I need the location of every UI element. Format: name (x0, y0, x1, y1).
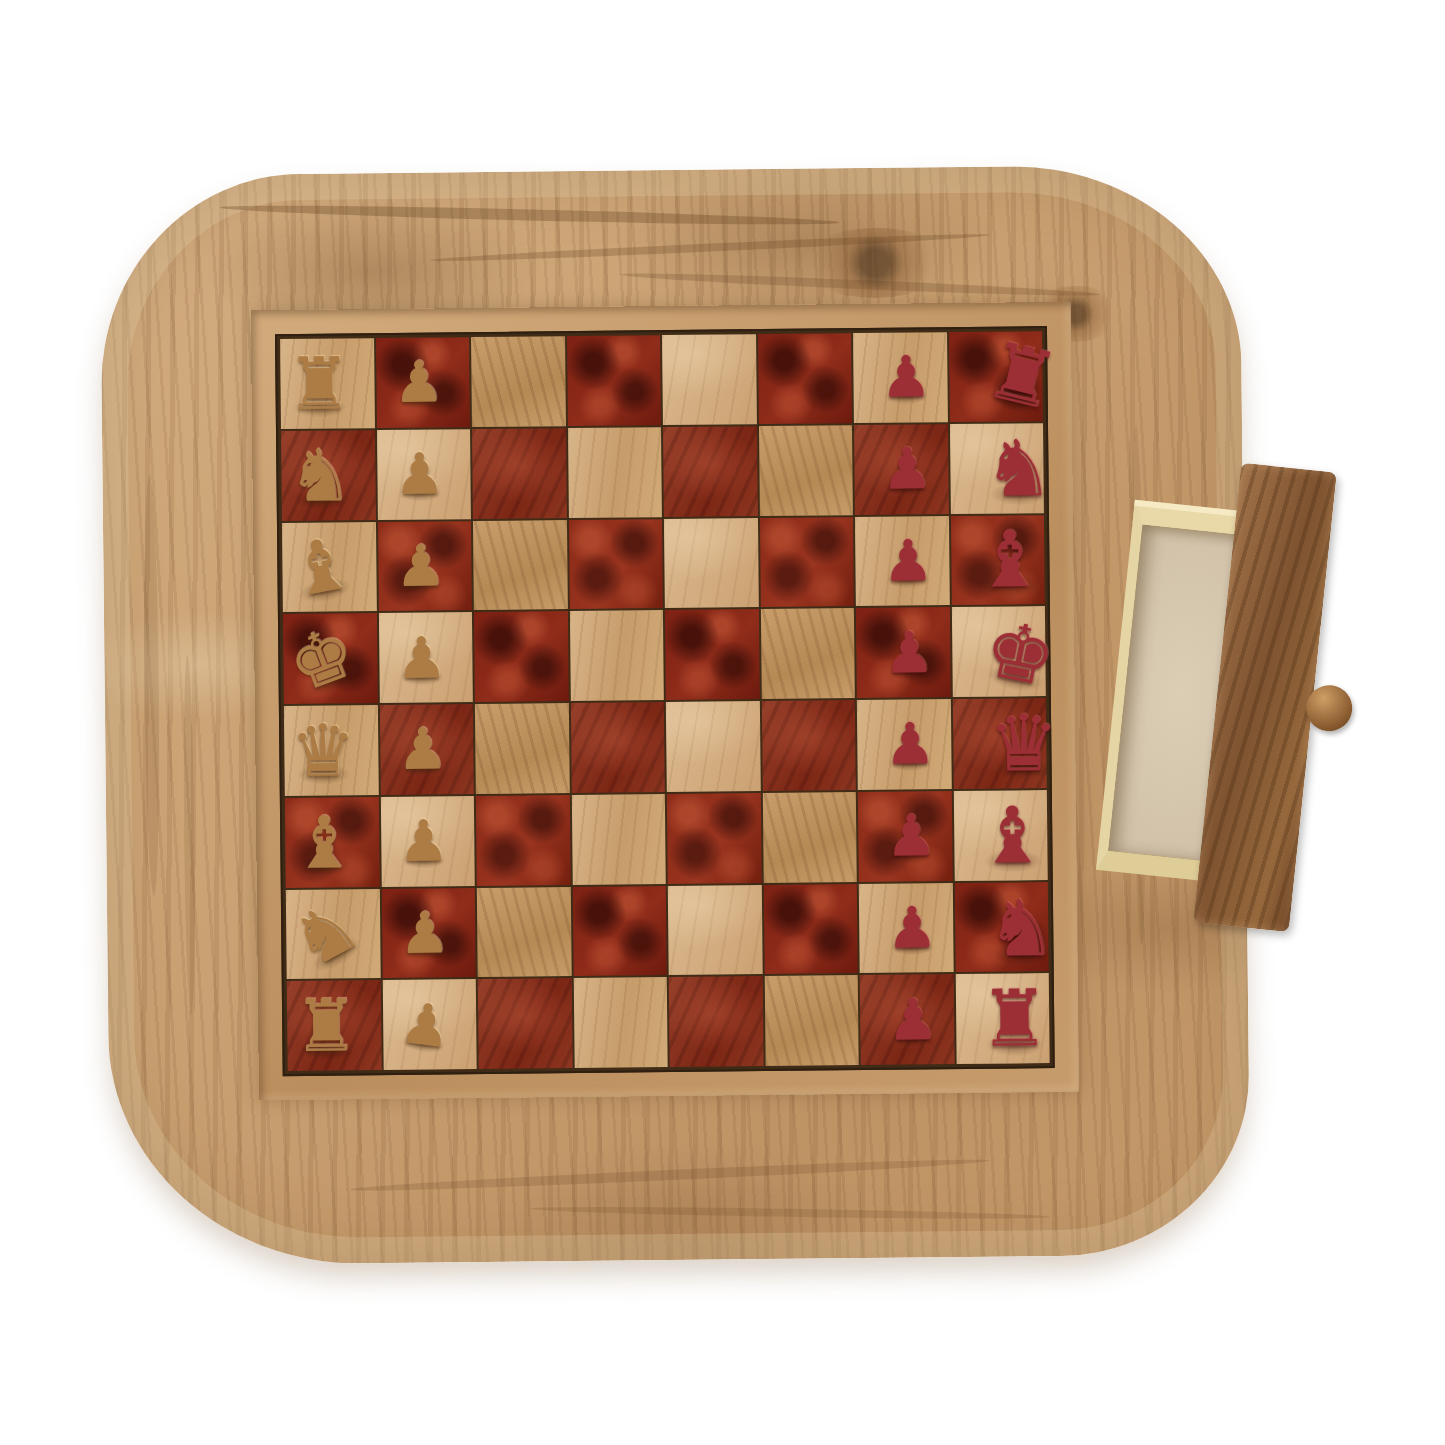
board-square[interactable] (758, 333, 852, 424)
white-pawn[interactable]: ♟ (396, 629, 448, 687)
piece-glyph: ♟ (887, 986, 939, 1053)
board-square[interactable]: ♛ (284, 705, 378, 796)
board-square[interactable] (474, 611, 568, 702)
piece-glyph: ♟ (398, 807, 450, 874)
white-queen[interactable]: ♛ (290, 714, 355, 787)
red-bishop[interactable]: ♝ (974, 520, 1045, 599)
board-square[interactable]: ♟ (859, 883, 953, 974)
red-knight[interactable]: ♞ (986, 889, 1057, 968)
piece-glyph: ♟ (885, 802, 937, 869)
red-king[interactable]: ♚ (978, 608, 1062, 698)
piece-glyph: ♚ (277, 608, 367, 709)
board-square[interactable]: ♟ (377, 521, 471, 612)
board-square[interactable]: ♝ (953, 790, 1047, 881)
red-queen[interactable]: ♛ (988, 704, 1059, 783)
board-square[interactable]: ♜ (949, 331, 1043, 422)
piece-glyph: ♝ (291, 800, 356, 885)
white-pawn[interactable]: ♟ (396, 993, 454, 1056)
board-square[interactable] (760, 608, 854, 699)
white-pawn[interactable]: ♟ (397, 721, 449, 779)
piece-glyph: ♞ (288, 433, 353, 518)
piece-glyph: ♚ (977, 603, 1063, 705)
board-square[interactable]: ♟ (376, 337, 470, 428)
piece-glyph: ♟ (396, 988, 455, 1060)
board-square[interactable]: ♞ (954, 882, 1048, 973)
board-square[interactable] (567, 335, 661, 426)
board-square[interactable] (668, 885, 762, 976)
board-square[interactable]: ♟ (857, 699, 951, 790)
board-square[interactable] (666, 701, 760, 792)
board-square[interactable] (663, 426, 757, 517)
board-square[interactable] (472, 428, 566, 519)
piece-glyph: ♟ (886, 894, 938, 961)
board-square[interactable] (662, 334, 756, 425)
white-knight[interactable]: ♞ (279, 887, 370, 981)
piece-glyph: ♞ (983, 423, 1054, 514)
grain-streak (142, 475, 160, 895)
board-square[interactable]: ♞ (281, 430, 375, 521)
white-bishop[interactable]: ♝ (291, 806, 356, 879)
grain-streak (621, 270, 1101, 299)
chess-board: ♜♟♟♜♞♟♟♞♝♟♟♝♚♟♟♚♛♟♟♛♝♟♟♝♞♟♟♞♜♟♟♜ (275, 326, 1055, 1076)
piece-glyph: ♝ (977, 790, 1048, 881)
piece-glyph: ♛ (290, 708, 355, 793)
board-square[interactable] (764, 975, 858, 1066)
white-rook[interactable]: ♜ (287, 347, 352, 420)
piece-glyph: ♟ (395, 532, 447, 599)
board-square[interactable]: ♝ (282, 522, 376, 613)
piece-glyph: ♝ (282, 520, 361, 614)
red-rook[interactable]: ♜ (979, 330, 1065, 422)
grain-streak (430, 231, 990, 264)
piece-glyph: ♛ (988, 698, 1059, 789)
board-square[interactable] (667, 793, 761, 884)
board-square[interactable] (473, 520, 567, 611)
red-pawn[interactable]: ♟ (880, 349, 932, 407)
white-pawn[interactable]: ♟ (398, 812, 450, 870)
piece-glyph: ♞ (986, 883, 1057, 974)
board-square[interactable] (478, 978, 572, 1069)
board-square[interactable] (669, 976, 763, 1067)
red-pawn[interactable]: ♟ (884, 716, 936, 774)
board-square[interactable]: ♟ (860, 974, 954, 1065)
red-knight[interactable]: ♞ (983, 429, 1054, 508)
board-square[interactable] (471, 336, 565, 427)
piece-glyph: ♜ (287, 341, 352, 426)
piece-glyph: ♟ (396, 624, 448, 691)
red-pawn[interactable]: ♟ (881, 440, 933, 498)
board-square[interactable] (763, 884, 857, 975)
piece-glyph: ♟ (399, 899, 451, 966)
board-square[interactable]: ♞ (949, 423, 1043, 514)
piece-glyph: ♜ (978, 324, 1067, 428)
board-square[interactable]: ♜ (955, 973, 1049, 1064)
board-square[interactable]: ♟ (378, 612, 472, 703)
board-square[interactable] (570, 702, 664, 793)
red-bishop[interactable]: ♝ (977, 796, 1048, 875)
board-square[interactable]: ♟ (379, 704, 473, 795)
board-square[interactable] (664, 518, 758, 609)
piece-glyph: ♟ (883, 619, 935, 686)
grain-streak (530, 1205, 1050, 1221)
board-square[interactable]: ♟ (854, 424, 948, 515)
white-pawn[interactable]: ♟ (394, 446, 446, 504)
board-frame: ♜♟♟♜♞♟♟♞♝♟♟♝♚♟♟♚♛♟♟♛♝♟♟♝♞♟♟♞♜♟♟♜ (251, 302, 1079, 1101)
drawer[interactable] (1091, 452, 1374, 944)
piece-glyph: ♟ (884, 711, 936, 778)
white-rook[interactable]: ♜ (293, 989, 358, 1062)
board-square[interactable] (665, 609, 759, 700)
wood-knot (800, 227, 951, 299)
red-rook[interactable]: ♜ (979, 979, 1050, 1058)
board-square[interactable]: ♜ (280, 338, 374, 429)
piece-glyph: ♟ (393, 349, 445, 416)
board-square[interactable] (568, 519, 662, 610)
board-square[interactable] (573, 977, 667, 1068)
red-pawn[interactable]: ♟ (886, 899, 938, 957)
board-square[interactable] (569, 610, 663, 701)
board-square[interactable] (762, 792, 856, 883)
board-square[interactable]: ♟ (381, 888, 475, 979)
board-square[interactable]: ♟ (856, 607, 950, 698)
board-square[interactable]: ♚ (951, 606, 1045, 697)
board-square[interactable] (761, 700, 855, 791)
board-square[interactable]: ♜ (287, 980, 381, 1071)
red-pawn[interactable]: ♟ (883, 624, 935, 682)
white-pawn[interactable]: ♟ (393, 354, 445, 412)
piece-glyph: ♞ (277, 882, 374, 987)
piece-glyph: ♟ (880, 344, 932, 411)
piece-glyph: ♝ (974, 514, 1045, 605)
board-square[interactable]: ♞ (286, 889, 380, 980)
red-pawn[interactable]: ♟ (882, 532, 934, 590)
red-pawn[interactable]: ♟ (885, 807, 937, 865)
board-square[interactable]: ♟ (858, 791, 952, 882)
grain-streak (350, 1156, 990, 1195)
board-square[interactable] (571, 794, 665, 885)
board-square[interactable] (759, 517, 853, 608)
piece-glyph: ♟ (881, 435, 933, 502)
board-square[interactable]: ♝ (950, 515, 1044, 606)
red-pawn[interactable]: ♟ (887, 991, 939, 1049)
board-square[interactable] (477, 887, 571, 978)
board-square[interactable]: ♚ (283, 613, 377, 704)
piece-glyph: ♟ (397, 716, 449, 783)
board-square[interactable]: ♝ (285, 797, 379, 888)
table-slab: ♜♟♟♜♞♟♟♞♝♟♟♝♚♟♟♚♛♟♟♛♝♟♟♝♞♟♟♞♜♟♟♜ (99, 164, 1250, 1266)
board-square[interactable] (758, 425, 852, 516)
scene: ♜♟♟♜♞♟♟♞♝♟♟♝♚♟♟♚♛♟♟♛♝♟♟♝♞♟♟♞♜♟♟♜ (0, 0, 1445, 1445)
white-bishop[interactable]: ♝ (283, 526, 360, 609)
board-square[interactable] (567, 427, 661, 518)
board-square[interactable]: ♟ (853, 332, 947, 423)
piece-glyph: ♜ (293, 983, 358, 1068)
white-pawn[interactable]: ♟ (395, 537, 447, 595)
board-square[interactable] (572, 886, 666, 977)
piece-glyph: ♟ (394, 441, 446, 508)
board-square[interactable]: ♟ (855, 516, 949, 607)
board-square[interactable]: ♟ (382, 979, 476, 1070)
board-square[interactable]: ♟ (380, 796, 474, 887)
piece-glyph: ♟ (882, 527, 934, 594)
board-square[interactable] (476, 795, 570, 886)
board-square[interactable]: ♛ (952, 698, 1046, 789)
board-square[interactable]: ♟ (376, 429, 470, 520)
piece-glyph: ♜ (979, 973, 1050, 1064)
board-square[interactable] (475, 703, 569, 794)
grain-streak (220, 202, 840, 228)
grain-streak (182, 655, 196, 1015)
white-knight[interactable]: ♞ (288, 439, 353, 512)
white-pawn[interactable]: ♟ (399, 904, 451, 962)
white-king[interactable]: ♚ (279, 614, 365, 704)
